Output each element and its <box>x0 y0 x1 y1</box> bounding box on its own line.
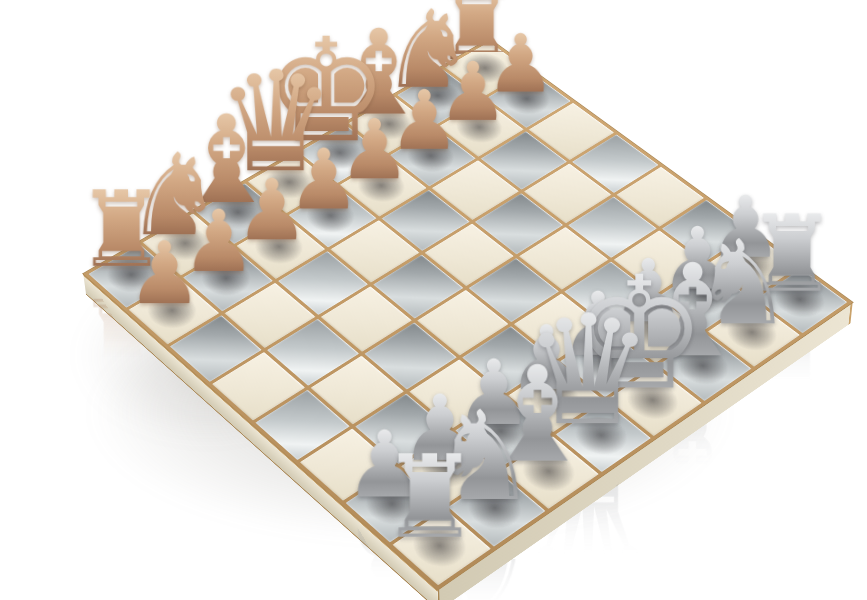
perspective-wrapper: ♜♟♟♟♜♜♞♞♟♟♟♞♝♟♟♟♝♝♚♚♟♟♟♚♛♟♟♟♛♛♝♝♟♟♟♝♞♟♟♟… <box>176 0 756 578</box>
pieces-layer: ♜♟♟♟♜♜♞♞♟♟♟♞♝♟♟♟♝♝♚♚♟♟♟♚♛♟♟♟♛♛♝♝♟♟♟♝♞♟♟♟… <box>83 39 852 590</box>
piece-glyph: ♟ <box>83 231 245 317</box>
piece-glyph: ♜ <box>342 440 517 555</box>
board-3d-scene: ♜♟♟♟♜♜♞♞♟♟♟♞♝♟♟♟♝♝♚♚♟♟♟♚♛♟♟♟♛♛♝♝♟♟♟♝♞♟♟♟… <box>83 39 852 590</box>
chess-set-photo: ♜♟♟♟♜♜♞♞♟♟♟♞♝♟♟♟♝♝♚♚♟♟♟♚♛♟♟♟♛♛♝♝♟♟♟♝♞♟♟♟… <box>0 0 867 600</box>
